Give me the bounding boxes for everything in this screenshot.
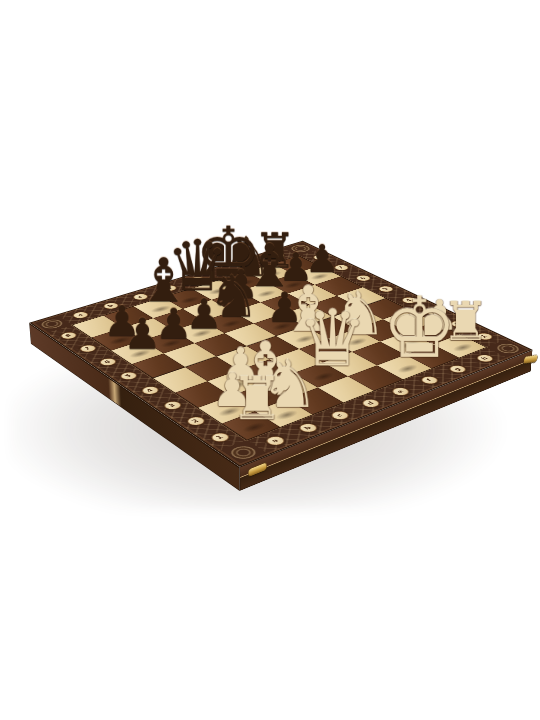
brass-latch-icon	[523, 355, 537, 364]
coord-label-top-a: a	[70, 311, 90, 320]
coord-label-top-e: e	[187, 276, 207, 284]
brass-latch-icon	[249, 462, 267, 476]
coord-label-top-g: g	[241, 259, 260, 267]
coord-label-top-h: h	[267, 252, 286, 259]
black-pawn-glyph: ♟	[114, 313, 170, 356]
white-king-glyph: ♚	[382, 286, 439, 370]
coord-label-top-f: f	[215, 267, 234, 275]
white-rook-glyph: ♜	[226, 369, 288, 429]
coord-label-right-7: 7	[331, 264, 350, 272]
photo-stage: abcdefgh abcdefgh 87654321 87654321 ♝♛♚♞…	[0, 0, 540, 720]
coord-label-top-d: d	[159, 284, 179, 292]
coord-label-right-8: 8	[310, 254, 329, 261]
